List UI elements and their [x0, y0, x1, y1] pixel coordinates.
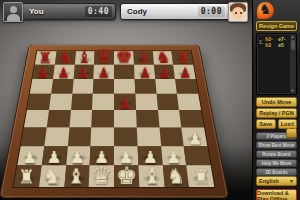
square-b5[interactable]	[49, 94, 72, 110]
square-g5[interactable]	[156, 94, 179, 110]
piece-red-king[interactable]: ♚	[115, 46, 132, 65]
language-select[interactable]: English ▼	[256, 176, 297, 186]
black-player-clock: 0:00	[198, 6, 225, 17]
square-b4[interactable]	[47, 110, 71, 127]
square-e5[interactable]: ♟	[114, 94, 136, 110]
square-h6[interactable]	[175, 79, 198, 94]
scrollbar-thumb[interactable]	[291, 40, 295, 50]
square-d7[interactable]: ♟	[94, 65, 114, 79]
chess-board: ♜♞♝♛♚♝♞♜♟♟♟♟♟♟♟♟♟♟♟♟♟♟♟♟♜♞♝♛♚♝♞♜	[12, 51, 215, 188]
black-player-name: Cody	[127, 7, 147, 16]
black-avatar	[228, 2, 248, 22]
piece-red-pawn[interactable]: ♟	[118, 95, 131, 110]
square-b1[interactable]: ♞	[39, 166, 66, 187]
piece-white-queen[interactable]: ♛	[91, 163, 113, 187]
square-h7[interactable]: ♟	[173, 65, 195, 79]
square-f8[interactable]: ♝	[133, 51, 153, 64]
silhouette-body-icon	[7, 14, 20, 22]
square-g1[interactable]: ♞	[162, 166, 189, 187]
piece-red-knight[interactable]: ♞	[57, 49, 72, 65]
piece-white-knight[interactable]: ♞	[167, 166, 186, 187]
square-g7[interactable]: ♟	[154, 65, 176, 79]
avatar-eye	[235, 12, 237, 14]
move-number: 1.	[259, 39, 263, 45]
square-h5[interactable]	[177, 94, 201, 110]
locked-feature-group: 2 Players Show Best Move Rotate Board He…	[256, 132, 297, 176]
white-player-clock: 0:40	[85, 6, 112, 17]
scroll-up-icon[interactable]: ▲	[291, 35, 295, 39]
avatar-eye	[240, 12, 242, 14]
silhouette-head-icon	[10, 6, 17, 13]
piece-red-pawn[interactable]: ♟	[98, 65, 111, 79]
piece-red-queen[interactable]: ♛	[96, 46, 113, 65]
square-g4[interactable]	[158, 110, 182, 127]
square-a8[interactable]: ♜	[35, 51, 57, 64]
square-b6[interactable]	[51, 79, 73, 94]
piece-red-pawn[interactable]: ♟	[77, 65, 90, 79]
avatar-face	[232, 7, 244, 19]
piece-white-rook[interactable]: ♜	[18, 168, 36, 188]
piece-red-pawn[interactable]: ♟	[57, 65, 70, 79]
square-a6[interactable]	[30, 79, 53, 94]
piece-red-bishop[interactable]: ♝	[77, 49, 92, 65]
square-d5[interactable]	[92, 94, 114, 110]
square-e1[interactable]: ♚	[114, 166, 139, 187]
square-f7[interactable]: ♟	[134, 65, 155, 79]
black-move: e7-e5	[278, 36, 289, 48]
piece-red-rook[interactable]: ♜	[38, 50, 52, 65]
rotate-board-button[interactable]: Rotate Board	[256, 150, 297, 158]
square-a4[interactable]	[24, 110, 49, 127]
square-c8[interactable]: ♝	[74, 51, 94, 64]
black-player-bar: Cody 0:00	[120, 3, 248, 20]
piece-red-pawn[interactable]: ♟	[37, 65, 50, 79]
piece-red-bishop[interactable]: ♝	[136, 49, 151, 65]
square-a5[interactable]	[27, 94, 51, 110]
scroll-down-icon[interactable]: ▼	[291, 89, 295, 93]
square-d4[interactable]	[92, 110, 114, 127]
square-f5[interactable]	[135, 94, 157, 110]
padlock-icon	[286, 128, 297, 138]
help-me-move-button[interactable]: Help Me Move	[256, 159, 297, 167]
save-button[interactable]: Save	[256, 119, 276, 129]
square-f3[interactable]	[136, 127, 160, 145]
piece-white-pawn[interactable]: ♟	[167, 149, 182, 166]
square-c6[interactable]	[72, 79, 94, 94]
piece-white-knight[interactable]: ♞	[42, 166, 61, 187]
game-window: You 0:40 Cody 0:00 ♜♞♝♛♚♝♞♜♟♟♟♟♟♟♟♟♟♟♟♟♟…	[0, 0, 300, 200]
piece-white-pawn[interactable]: ♟	[22, 149, 37, 166]
square-d6[interactable]	[93, 79, 114, 94]
square-d8[interactable]: ♛	[94, 51, 114, 64]
white-move: h2-h3	[265, 36, 276, 48]
piece-white-bishop[interactable]: ♝	[142, 166, 161, 187]
move-list[interactable]: 1. h2-h3 e7-e5 ▲ ▼	[256, 33, 297, 95]
piece-white-king[interactable]: ♚	[116, 163, 138, 187]
square-h4[interactable]	[179, 110, 204, 127]
white-avatar	[3, 2, 23, 22]
piece-red-pawn[interactable]: ♟	[138, 65, 151, 79]
square-c3[interactable]	[67, 127, 91, 145]
square-g3[interactable]	[159, 127, 184, 145]
language-value: English	[259, 178, 279, 184]
square-f4[interactable]	[136, 110, 159, 127]
square-h2[interactable]	[184, 146, 211, 166]
square-e3[interactable]	[114, 127, 137, 145]
square-a2[interactable]: ♟	[17, 146, 44, 166]
piece-white-pawn[interactable]: ♟	[143, 149, 158, 166]
square-h3[interactable]: ♟	[181, 127, 207, 145]
boards-button[interactable]: 3D Boards	[256, 168, 297, 176]
piece-red-rook[interactable]: ♜	[176, 50, 190, 65]
square-e8[interactable]: ♚	[114, 51, 134, 64]
square-h8[interactable]: ♜	[172, 51, 194, 64]
square-c2[interactable]: ♟	[66, 146, 91, 166]
square-d1[interactable]: ♛	[89, 166, 114, 187]
square-e7[interactable]	[114, 65, 134, 79]
sidebar: ♞ Resign Game 1. h2-h3 e7-e5 ▲ ▼ Undo Mo…	[252, 0, 300, 200]
square-f2[interactable]: ♟	[137, 146, 162, 166]
resign-game-button[interactable]: Resign Game	[256, 21, 297, 31]
square-g2[interactable]: ♟	[161, 146, 187, 166]
square-a7[interactable]: ♟	[32, 65, 54, 79]
replay-pgn-button[interactable]: Replay / PGN	[256, 108, 297, 118]
white-player-name: You	[29, 7, 44, 16]
piece-red-pawn[interactable]: ♟	[159, 65, 172, 79]
square-c5[interactable]	[71, 94, 93, 110]
square-c7[interactable]: ♟	[73, 65, 94, 79]
square-b3[interactable]	[44, 127, 69, 145]
piece-red-pawn[interactable]: ♟	[179, 65, 192, 79]
show-best-move-button[interactable]: Show Best Move	[256, 141, 297, 149]
square-b7[interactable]: ♟	[53, 65, 75, 79]
square-b8[interactable]: ♞	[55, 51, 76, 64]
piece-white-pawn[interactable]: ♟	[188, 130, 202, 146]
square-d3[interactable]	[91, 127, 114, 145]
square-a3[interactable]	[21, 127, 47, 145]
piece-red-knight[interactable]: ♞	[156, 49, 171, 65]
white-player-bar: You 0:40	[12, 3, 116, 20]
piece-white-rook[interactable]: ♜	[193, 168, 211, 188]
square-c4[interactable]	[69, 110, 92, 127]
sparkchess-logo: ♞	[256, 1, 297, 20]
chevron-down-icon: ▼	[289, 178, 294, 184]
square-e6[interactable]	[114, 79, 135, 94]
board-frame: ♜♞♝♛♚♝♞♜♟♟♟♟♟♟♟♟♟♟♟♟♟♟♟♟♜♞♝♛♚♝♞♜	[0, 45, 229, 199]
square-f6[interactable]	[134, 79, 156, 94]
knight-logo-icon: ♞	[259, 2, 272, 16]
square-h1[interactable]: ♜	[186, 166, 214, 187]
square-b2[interactable]: ♟	[42, 146, 68, 166]
download-play-offline-button[interactable]: Download & Play Offline	[256, 189, 297, 200]
piece-white-bishop[interactable]: ♝	[67, 166, 86, 187]
square-f1[interactable]: ♝	[138, 166, 164, 187]
piece-white-pawn[interactable]: ♟	[70, 149, 85, 166]
move-list-scrollbar[interactable]: ▲ ▼	[290, 35, 295, 93]
undo-move-button[interactable]: Undo Move	[256, 97, 297, 107]
square-c1[interactable]: ♝	[64, 166, 90, 187]
square-g6[interactable]	[155, 79, 177, 94]
square-e4[interactable]	[114, 110, 136, 127]
square-a1[interactable]: ♜	[14, 166, 42, 187]
piece-white-pawn[interactable]: ♟	[46, 149, 61, 166]
square-g8[interactable]: ♞	[152, 51, 173, 64]
